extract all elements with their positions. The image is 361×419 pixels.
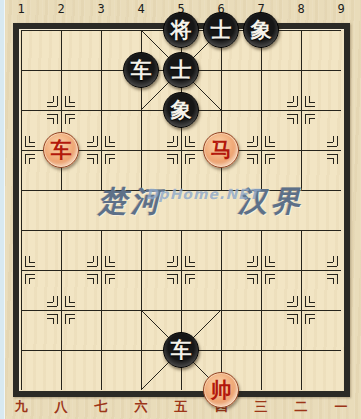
file-label-top: 1 xyxy=(10,1,32,17)
piece-red-general[interactable]: 帅 xyxy=(203,372,239,408)
file-label-top: 9 xyxy=(330,1,352,17)
watermark-text: DpHome.NET xyxy=(146,186,259,202)
piece-black-elephant[interactable]: 象 xyxy=(163,92,199,128)
piece-black-general[interactable]: 将 xyxy=(163,12,199,48)
file-label-bottom: 六 xyxy=(130,399,152,415)
file-label-bottom: 九 xyxy=(10,399,32,415)
file-label-top: 2 xyxy=(50,1,72,17)
file-label-bottom: 一 xyxy=(330,399,352,415)
file-label-top: 4 xyxy=(130,1,152,17)
piece-black-chariot[interactable]: 车 xyxy=(163,332,199,368)
file-label-top: 8 xyxy=(290,1,312,17)
xiangqi-board-screenshot: 1 2 3 4 5 6 7 8 9 九 八 七 六 五 四 三 二 一 楚河 汉… xyxy=(0,0,361,419)
file-label-bottom: 七 xyxy=(90,399,112,415)
piece-red-horse[interactable]: 马 xyxy=(203,132,239,168)
file-label-top: 3 xyxy=(90,1,112,17)
piece-black-advisor[interactable]: 士 xyxy=(163,52,199,88)
window-edge-strip xyxy=(0,0,5,419)
piece-black-elephant[interactable]: 象 xyxy=(243,12,279,48)
file-label-bottom: 八 xyxy=(50,399,72,415)
file-label-bottom: 三 xyxy=(250,399,272,415)
piece-black-advisor[interactable]: 士 xyxy=(203,12,239,48)
piece-red-chariot[interactable]: 车 xyxy=(43,132,79,168)
piece-black-chariot[interactable]: 车 xyxy=(123,52,159,88)
file-label-bottom: 二 xyxy=(290,399,312,415)
file-label-bottom: 五 xyxy=(170,399,192,415)
